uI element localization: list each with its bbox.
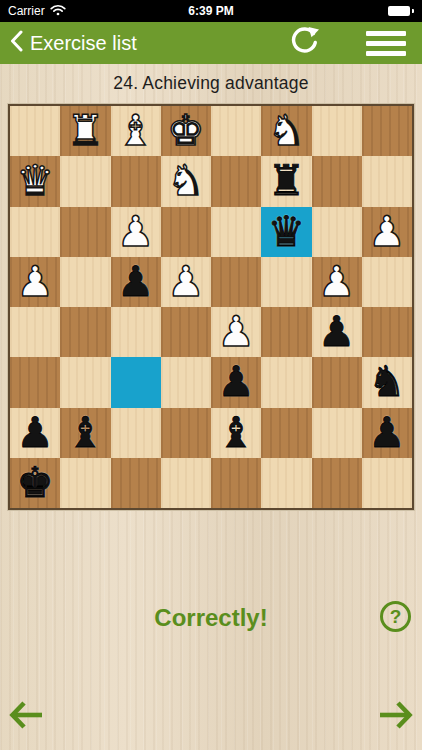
exercise-title: 24. Achieving advantage bbox=[0, 73, 422, 94]
black-knight: ♞ bbox=[368, 361, 406, 403]
square-d5[interactable]: ♟ bbox=[161, 257, 211, 307]
square-f5[interactable] bbox=[261, 257, 311, 307]
square-c2[interactable] bbox=[111, 408, 161, 458]
feedback-message: Correctly! bbox=[0, 604, 422, 632]
white-knight: ♞ bbox=[167, 160, 205, 202]
square-c1[interactable] bbox=[111, 458, 161, 508]
square-b4[interactable] bbox=[60, 307, 110, 357]
white-pawn: ♟ bbox=[16, 261, 54, 303]
black-bishop: ♝ bbox=[67, 412, 105, 454]
square-g6[interactable] bbox=[312, 207, 362, 257]
clock: 6:39 PM bbox=[130, 4, 292, 18]
black-rook: ♜ bbox=[268, 160, 306, 202]
black-pawn: ♟ bbox=[16, 412, 54, 454]
white-pawn: ♟ bbox=[167, 261, 205, 303]
square-b7[interactable] bbox=[60, 156, 110, 206]
black-pawn: ♟ bbox=[368, 412, 406, 454]
next-exercise-button[interactable] bbox=[377, 696, 413, 738]
square-e6[interactable] bbox=[211, 207, 261, 257]
black-bishop: ♝ bbox=[217, 412, 255, 454]
square-b6[interactable] bbox=[60, 207, 110, 257]
square-e3[interactable]: ♟ bbox=[211, 357, 261, 407]
refresh-button[interactable] bbox=[288, 25, 320, 61]
white-pawn: ♟ bbox=[217, 311, 255, 353]
square-a6[interactable] bbox=[10, 207, 60, 257]
black-pawn: ♟ bbox=[318, 311, 356, 353]
previous-exercise-button[interactable] bbox=[9, 696, 45, 738]
square-g7[interactable] bbox=[312, 156, 362, 206]
white-king: ♚ bbox=[167, 110, 205, 152]
square-d6[interactable] bbox=[161, 207, 211, 257]
square-c7[interactable] bbox=[111, 156, 161, 206]
menu-bar bbox=[366, 51, 406, 56]
square-h7[interactable] bbox=[362, 156, 412, 206]
back-button-label: Exercise list bbox=[30, 32, 137, 55]
square-a7[interactable]: ♛ bbox=[10, 156, 60, 206]
square-a1[interactable]: ♚ bbox=[10, 458, 60, 508]
status-bar: Carrier 6:39 PM bbox=[0, 0, 422, 22]
square-b5[interactable] bbox=[60, 257, 110, 307]
refresh-icon bbox=[288, 25, 320, 61]
square-c4[interactable] bbox=[111, 307, 161, 357]
square-d7[interactable]: ♞ bbox=[161, 156, 211, 206]
square-b2[interactable]: ♝ bbox=[60, 408, 110, 458]
white-pawn: ♟ bbox=[368, 211, 406, 253]
arrow-right-icon bbox=[377, 720, 413, 737]
menu-bar bbox=[366, 41, 406, 46]
square-g8[interactable] bbox=[312, 106, 362, 156]
square-c5[interactable]: ♟ bbox=[111, 257, 161, 307]
battery-icon bbox=[388, 6, 410, 16]
white-rook: ♜ bbox=[67, 110, 105, 152]
nav-bar: Exercise list bbox=[0, 22, 422, 64]
white-pawn: ♟ bbox=[318, 261, 356, 303]
square-g2[interactable] bbox=[312, 408, 362, 458]
help-button[interactable]: ? bbox=[380, 601, 411, 632]
square-f1[interactable] bbox=[261, 458, 311, 508]
square-a4[interactable] bbox=[10, 307, 60, 357]
chess-board: ♜♝♚♞♛♞♜♟♛♟♟♟♟♟♟♟♟♞♟♝♝♟♚ bbox=[8, 104, 414, 510]
square-h5[interactable] bbox=[362, 257, 412, 307]
square-e8[interactable] bbox=[211, 106, 261, 156]
square-e7[interactable] bbox=[211, 156, 261, 206]
white-pawn: ♟ bbox=[117, 211, 155, 253]
square-f2[interactable] bbox=[261, 408, 311, 458]
black-pawn: ♟ bbox=[217, 361, 255, 403]
question-mark-icon: ? bbox=[390, 606, 402, 628]
battery-tip bbox=[412, 9, 414, 13]
square-f8[interactable]: ♞ bbox=[261, 106, 311, 156]
square-d1[interactable] bbox=[161, 458, 211, 508]
white-queen: ♛ bbox=[16, 160, 54, 202]
wifi-icon bbox=[50, 4, 66, 19]
square-a2[interactable]: ♟ bbox=[10, 408, 60, 458]
square-g5[interactable]: ♟ bbox=[312, 257, 362, 307]
square-d3[interactable] bbox=[161, 357, 211, 407]
square-h8[interactable] bbox=[362, 106, 412, 156]
square-a5[interactable]: ♟ bbox=[10, 257, 60, 307]
arrow-left-icon bbox=[9, 720, 45, 737]
menu-bar bbox=[366, 31, 406, 36]
square-b1[interactable] bbox=[60, 458, 110, 508]
black-king: ♚ bbox=[16, 462, 54, 504]
square-g4[interactable]: ♟ bbox=[312, 307, 362, 357]
chevron-left-icon bbox=[10, 30, 23, 56]
square-g3[interactable] bbox=[312, 357, 362, 407]
square-c6[interactable]: ♟ bbox=[111, 207, 161, 257]
square-f3[interactable] bbox=[261, 357, 311, 407]
square-h3[interactable]: ♞ bbox=[362, 357, 412, 407]
square-b8[interactable]: ♜ bbox=[60, 106, 110, 156]
square-f7[interactable]: ♜ bbox=[261, 156, 311, 206]
white-bishop: ♝ bbox=[117, 110, 155, 152]
square-g1[interactable] bbox=[312, 458, 362, 508]
white-knight: ♞ bbox=[268, 110, 306, 152]
square-d4[interactable] bbox=[161, 307, 211, 357]
back-button[interactable]: Exercise list bbox=[0, 30, 137, 56]
square-a8[interactable] bbox=[10, 106, 60, 156]
square-d8[interactable]: ♚ bbox=[161, 106, 211, 156]
square-f4[interactable] bbox=[261, 307, 311, 357]
square-e5[interactable] bbox=[211, 257, 261, 307]
carrier-label: Carrier bbox=[8, 4, 45, 18]
square-f6[interactable]: ♛ bbox=[261, 207, 311, 257]
black-pawn: ♟ bbox=[117, 261, 155, 303]
square-d2[interactable] bbox=[161, 408, 211, 458]
black-queen: ♛ bbox=[268, 211, 306, 253]
square-e2[interactable]: ♝ bbox=[211, 408, 261, 458]
square-a3[interactable] bbox=[10, 357, 60, 407]
square-b3[interactable] bbox=[60, 357, 110, 407]
square-e1[interactable] bbox=[211, 458, 261, 508]
square-h6[interactable]: ♟ bbox=[362, 207, 412, 257]
square-c8[interactable]: ♝ bbox=[111, 106, 161, 156]
square-h4[interactable] bbox=[362, 307, 412, 357]
square-c3[interactable] bbox=[111, 357, 161, 407]
menu-button[interactable] bbox=[366, 31, 406, 56]
square-h2[interactable]: ♟ bbox=[362, 408, 412, 458]
square-e4[interactable]: ♟ bbox=[211, 307, 261, 357]
square-h1[interactable] bbox=[362, 458, 412, 508]
